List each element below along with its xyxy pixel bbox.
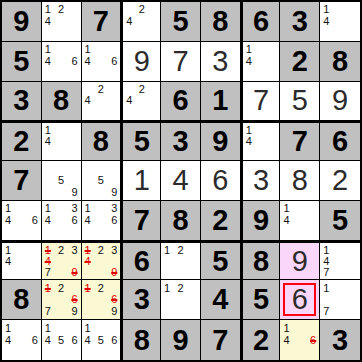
cell-r7c2[interactable]: 123479 [42,241,82,281]
candidate-9-eliminated: 9 [67,267,78,278]
cell-r3c3[interactable]: 24 [82,82,122,122]
cell-r3c6[interactable]: 1 [201,82,241,122]
cell-r6c1[interactable]: 146 [2,201,42,241]
cell-r8c3[interactable]: 1269 [82,280,122,320]
candidate-4: 4 [126,95,136,107]
cell-r8c4[interactable]: 3 [121,280,161,320]
candidate-4: 4 [5,334,16,346]
cell-r5c7[interactable]: 3 [241,161,281,201]
cell-r6c2[interactable]: 1346 [42,201,82,241]
candidate-4: 4 [246,136,256,147]
pencil-marks: 14 [42,123,81,160]
cell-r8c2[interactable]: 12679 [42,280,82,320]
given-digit: 5 [253,285,269,314]
candidate-4: 4 [85,95,96,107]
solved-digit: 7 [253,86,269,115]
candidate-1: 1 [45,44,56,56]
solved-digit: 2 [332,166,348,195]
cell-r7c6[interactable]: 5 [201,241,241,281]
candidate-6: 6 [67,55,78,67]
candidate-1: 1 [85,203,96,215]
candidate-1: 1 [246,44,256,56]
candidate-5: 5 [56,175,67,187]
candidate-9-eliminated: 9 [106,267,117,278]
cell-r4c5[interactable]: 3 [161,121,201,161]
cell-r2c4[interactable]: 9 [121,42,161,82]
pencil-marks: 12679 [42,280,81,319]
given-digit: 7 [134,206,150,235]
cell-r3c8[interactable]: 5 [280,82,320,122]
given-digit: 5 [212,247,228,276]
candidate-7: 7 [323,267,334,278]
candidate-1: 1 [283,203,294,215]
cell-r3c4[interactable]: 24 [121,82,161,122]
candidate-1: 1 [164,245,175,256]
solved-digit: 9 [134,47,150,76]
given-digit: 8 [13,285,29,314]
candidate-1: 1 [5,203,16,215]
candidate-3: 3 [106,203,117,215]
candidate-4: 4 [85,334,96,346]
given-digit: 8 [212,7,228,36]
cell-r9c1[interactable]: 146 [2,320,42,360]
pencil-marks: 24 [82,82,121,121]
pencil-marks: 59 [82,161,121,200]
pencil-marks: 1346 [82,201,121,240]
candidate-3: 3 [106,245,117,256]
cell-r5c1[interactable]: 7 [2,161,42,201]
pencil-marks: 146 [82,42,121,81]
given-digit: 6 [134,247,150,276]
pencil-marks: 123479 [42,243,81,280]
given-digit: 3 [134,285,150,314]
candidate-6: 6 [106,214,117,226]
candidate-1: 1 [45,4,56,16]
candidate-3: 3 [67,203,78,215]
candidate-4: 4 [45,16,56,28]
candidate-1: 1 [85,322,96,334]
candidate-6: 6 [67,334,78,346]
cell-r4c9[interactable]: 6 [320,121,360,161]
candidate-2: 2 [95,84,106,96]
given-digit: 5 [172,7,188,36]
cell-r1c3[interactable]: 7 [82,2,122,42]
candidate-2: 2 [95,245,106,256]
cell-r1c7[interactable]: 6 [241,2,281,42]
given-digit: 8 [253,247,269,276]
pencil-marks: 14 [280,201,319,240]
cell-r4c4[interactable]: 5 [121,121,161,161]
candidate-1: 1 [323,282,334,294]
cell-r6c9[interactable]: 5 [320,201,360,241]
given-digit: 9 [172,326,188,355]
candidate-4: 4 [283,214,294,226]
cell-r4c3[interactable]: 8 [82,121,122,161]
cell-r4c8[interactable]: 7 [280,121,320,161]
given-digit: 9 [253,206,269,235]
candidate-1: 1 [323,245,334,256]
given-digit: 2 [292,47,308,76]
cell-r2c7[interactable]: 14 [241,42,281,82]
candidate-6: 6 [27,214,38,226]
pencil-marks: 147 [320,243,360,280]
candidate-4-eliminated: 4 [85,256,96,267]
cell-r9c3[interactable]: 1456 [82,320,122,360]
candidate-5: 5 [56,334,67,346]
candidate-1-eliminated: 1 [85,245,96,256]
cell-r3c9[interactable]: 9 [320,82,360,122]
given-digit: 8 [53,86,69,115]
solved-digit: 1 [134,166,150,195]
candidate-2: 2 [137,84,147,96]
solved-digit: 9 [292,247,308,276]
candidate-2: 2 [175,245,186,256]
given-digit: 2 [13,127,29,156]
given-digit: 8 [172,206,188,235]
pencil-marks: 146 [42,42,81,81]
pencil-marks: 124 [42,2,81,41]
solved-digit: 6 [212,166,228,195]
cell-r7c9[interactable]: 147 [320,241,360,281]
candidate-6: 6 [106,334,117,346]
solved-digit: 3 [253,166,269,195]
cell-r4c1[interactable]: 2 [2,121,42,161]
candidate-4: 4 [126,16,136,28]
given-digit: 3 [172,127,188,156]
given-digit: 3 [292,7,308,36]
solved-digit: 4 [172,166,188,195]
given-digit: 6 [253,7,269,36]
candidate-9: 9 [106,306,117,318]
cell-r7c8[interactable]: 9 [280,241,320,281]
candidate-2: 2 [137,4,147,16]
pencil-marks: 12 [161,243,200,280]
pencil-marks: 1456 [42,320,81,360]
cell-r7c1[interactable]: 14 [2,241,42,281]
cell-r5c4[interactable]: 1 [121,161,161,201]
cell-r9c8[interactable]: 146 [280,320,320,360]
cell-r1c6[interactable]: 8 [201,2,241,42]
given-digit: 8 [93,127,109,156]
given-digit: 6 [332,127,348,156]
pencil-marks: 14 [320,2,360,41]
cell-r1c5[interactable]: 5 [161,2,201,42]
cell-r5c9[interactable]: 2 [320,161,360,201]
candidate-7: 7 [323,306,334,318]
given-digit: 7 [212,326,228,355]
cell-r6c3[interactable]: 1346 [82,201,122,241]
pencil-marks: 146 [2,320,41,360]
candidate-1: 1 [323,4,334,16]
cell-r2c5[interactable]: 7 [161,42,201,82]
given-digit: 8 [134,326,150,355]
candidate-4: 4 [5,214,16,226]
pencil-marks: 12349 [82,243,121,280]
cell-r2c1[interactable]: 5 [2,42,42,82]
pencil-marks: 14 [2,243,41,280]
pencil-marks: 14 [243,42,280,81]
given-digit: 8 [332,47,348,76]
cell-r7c7[interactable]: 8 [241,241,281,281]
cell-r9c5[interactable]: 9 [161,320,201,360]
given-digit: 5 [13,47,29,76]
given-digit: 9 [212,127,228,156]
cell-r8c1[interactable]: 8 [2,280,42,320]
candidate-4: 4 [283,334,294,346]
cell-r9c9[interactable]: 3 [320,320,360,360]
candidate-6-eliminated: 6 [106,294,117,306]
candidate-9: 9 [67,186,78,198]
cell-r8c9[interactable]: 17 [320,280,360,320]
candidate-2: 2 [95,282,106,294]
candidate-4: 4 [5,256,16,267]
pencil-marks: 1269 [82,280,121,319]
solved-digit: 5 [292,86,308,115]
cell-r6c7[interactable]: 9 [241,201,281,241]
cell-r9c6[interactable]: 7 [201,320,241,360]
candidate-6-eliminated: 6 [305,334,316,346]
candidate-1: 1 [5,245,16,256]
cell-r5c3[interactable]: 59 [82,161,122,201]
given-digit: 7 [13,166,29,195]
given-digit: 7 [93,7,109,36]
cell-r7c4[interactable]: 6 [121,241,161,281]
given-digit: 3 [332,326,348,355]
cell-r3c7[interactable]: 7 [241,82,281,122]
candidate-6: 6 [67,214,78,226]
candidate-1: 1 [45,322,56,334]
cell-r4c2[interactable]: 14 [42,121,82,161]
sudoku-board: 9124724586314514614697314283824246175921… [0,0,362,362]
cell-r2c9[interactable]: 8 [320,42,360,82]
candidate-7: 7 [45,267,56,278]
cell-r6c4[interactable]: 7 [121,201,161,241]
cell-r5c6[interactable]: 6 [201,161,241,201]
cell-r7c3[interactable]: 12349 [82,241,122,281]
candidate-2: 2 [56,245,67,256]
candidate-1: 1 [45,203,56,215]
candidate-1: 1 [85,44,96,56]
candidate-6: 6 [106,55,117,67]
cell-r9c7[interactable]: 2 [241,320,281,360]
pencil-marks: 14 [243,123,280,160]
cell-r8c8[interactable]: 6 [280,280,320,320]
cell-r1c9[interactable]: 14 [320,2,360,42]
candidate-4-eliminated: 4 [45,256,56,267]
candidate-4: 4 [45,214,56,226]
pencil-marks: 12 [161,280,200,319]
cell-r7c5[interactable]: 12 [161,241,201,281]
pencil-marks: 24 [123,2,160,41]
cell-r8c5[interactable]: 12 [161,280,201,320]
candidate-1-eliminated: 1 [45,245,56,256]
cell-r9c2[interactable]: 1456 [42,320,82,360]
candidate-4: 4 [85,55,96,67]
cell-r1c4[interactable]: 24 [121,2,161,42]
cell-r8c6[interactable]: 4 [201,280,241,320]
given-digit: 4 [212,285,228,314]
solved-digit: 7 [172,47,188,76]
pencil-marks: 59 [42,161,81,200]
cell-r1c8[interactable]: 3 [280,2,320,42]
given-digit: 3 [13,86,29,115]
solved-digit: 6 [292,285,308,314]
candidate-1: 1 [164,282,175,294]
candidate-4: 4 [323,16,334,28]
cell-r1c1[interactable]: 9 [2,2,42,42]
cell-r5c8[interactable]: 8 [280,161,320,201]
given-digit: 6 [172,86,188,115]
cell-r1c2[interactable]: 124 [42,2,82,42]
pencil-marks: 1456 [82,320,121,360]
candidate-6: 6 [27,334,38,346]
candidate-2: 2 [56,4,67,16]
given-digit: 9 [13,7,29,36]
candidate-4: 4 [246,55,256,67]
candidate-4: 4 [85,214,96,226]
given-digit: 5 [332,206,348,235]
cell-r2c8[interactable]: 2 [280,42,320,82]
cell-r2c6[interactable]: 3 [201,42,241,82]
candidate-4: 4 [45,55,56,67]
given-digit: 2 [212,206,228,235]
cell-r6c6[interactable]: 2 [201,201,241,241]
cell-r6c8[interactable]: 14 [280,201,320,241]
candidate-9: 9 [67,306,78,318]
cell-r4c7[interactable]: 14 [241,121,281,161]
given-digit: 5 [134,127,150,156]
candidate-2: 2 [175,282,186,294]
pencil-marks: 24 [123,82,160,121]
solved-digit: 8 [292,166,308,195]
given-digit: 1 [212,86,228,115]
cell-r9c4[interactable]: 8 [121,320,161,360]
candidate-7: 7 [45,306,56,318]
candidate-2: 2 [56,282,67,294]
candidate-9: 9 [106,186,117,198]
candidate-4: 4 [323,256,334,267]
candidate-1-eliminated: 1 [45,282,56,294]
cell-r3c2[interactable]: 8 [42,82,82,122]
cell-r2c2[interactable]: 146 [42,42,82,82]
candidate-1: 1 [5,322,16,334]
pencil-marks: 1346 [42,201,81,240]
pencil-marks: 146 [2,201,41,240]
pencil-marks: 17 [320,280,360,319]
candidate-5: 5 [95,334,106,346]
cell-r6c5[interactable]: 8 [161,201,201,241]
cell-r2c3[interactable]: 146 [82,42,122,82]
candidate-6-eliminated: 6 [67,294,78,306]
cell-r4c6[interactable]: 9 [201,121,241,161]
pencil-marks: 146 [280,320,319,360]
solved-digit: 9 [332,86,348,115]
candidate-4: 4 [45,136,56,147]
solved-digit: 3 [212,47,228,76]
given-digit: 7 [292,127,308,156]
cell-r5c2[interactable]: 59 [42,161,82,201]
candidate-3: 3 [67,245,78,256]
given-digit: 2 [253,326,269,355]
cell-r3c1[interactable]: 3 [2,82,42,122]
candidate-1: 1 [283,322,294,334]
candidate-1-eliminated: 1 [85,282,96,294]
candidate-5: 5 [95,175,106,187]
cell-r3c5[interactable]: 6 [161,82,201,122]
cell-r8c7[interactable]: 5 [241,280,281,320]
cell-r5c5[interactable]: 4 [161,161,201,201]
candidate-4: 4 [45,334,56,346]
